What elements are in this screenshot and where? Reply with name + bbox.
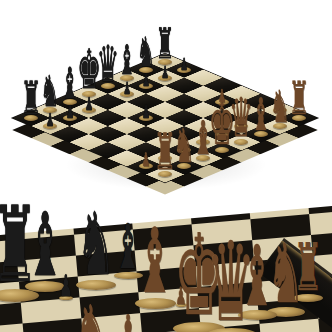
piece-black-pawn: ♟ bbox=[85, 95, 93, 113]
piece-wood-queen: ♛ bbox=[206, 227, 255, 332]
piece-black-pawn: ♟ bbox=[59, 271, 72, 301]
piece-wood-pawn: ♟ bbox=[118, 309, 138, 332]
piece-black-knight: ♞ bbox=[77, 201, 116, 288]
piece-black-king: ♚ bbox=[76, 43, 100, 97]
view-closeup: ♜♝♟♟♞♝♝♞♟♟♚♛♝♞♜ bbox=[0, 186, 332, 332]
piece-black-pawn: ♟ bbox=[142, 103, 150, 121]
piece-black-pawn: ♟ bbox=[161, 64, 169, 81]
chess-set-render: ♜♞♝♛♚♝♞♜♟♟♟♟♟♟♟♟♟♟♟♟♟♟♟♟♜♞♝♛♚♝♞♜ ♜♝♟♟♞♝♝… bbox=[0, 0, 332, 332]
piece-wood-rook: ♜ bbox=[288, 75, 309, 121]
piece-black-knight: ♞ bbox=[41, 70, 60, 113]
piece-black-pawn: ♟ bbox=[123, 80, 131, 97]
piece-black-rook: ♜ bbox=[21, 75, 42, 121]
piece-wood-knight: ♞ bbox=[270, 84, 290, 129]
piece-wood-bishop: ♝ bbox=[135, 216, 175, 306]
piece-wood-knight: ♞ bbox=[174, 122, 195, 169]
piece-wood-bishop: ♝ bbox=[193, 114, 214, 161]
piece-black-pawn: ♟ bbox=[46, 111, 54, 129]
piece-black-bishop: ♝ bbox=[60, 62, 79, 105]
piece-black-knight: ♞ bbox=[137, 32, 155, 73]
piece-black-pawn: ♟ bbox=[65, 103, 73, 121]
piece-black-pawn: ♟ bbox=[180, 56, 188, 73]
piece-black-rook: ♜ bbox=[0, 193, 39, 298]
piece-black-bishop: ♝ bbox=[118, 40, 136, 81]
view-full-board: ♜♞♝♛♚♝♞♜♟♟♟♟♟♟♟♟♟♟♟♟♟♟♟♟♜♞♝♛♚♝♞♜ bbox=[0, 0, 332, 186]
piece-wood-pawn: ♟ bbox=[142, 150, 151, 169]
piece-wood-bishop: ♝ bbox=[250, 92, 270, 137]
piece-wood-knight: ♞ bbox=[74, 295, 110, 332]
piece-black-rook: ♜ bbox=[156, 23, 175, 65]
piece-black-pawn: ♟ bbox=[142, 72, 150, 89]
piece-wood-rook: ♜ bbox=[154, 127, 176, 177]
